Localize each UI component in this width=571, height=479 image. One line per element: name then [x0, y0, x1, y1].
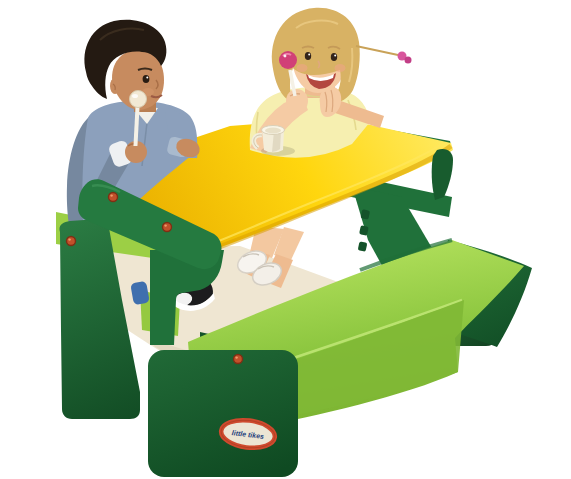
- girl-eye-right: [331, 53, 337, 61]
- boy-lollipop: [130, 91, 147, 108]
- rivet: [163, 223, 172, 232]
- girl-eye-left: [305, 52, 311, 60]
- girl-hair-strand: [356, 46, 398, 55]
- rivet: [234, 355, 243, 364]
- leg-foot-block: [148, 350, 298, 477]
- girl-lollipop: [279, 51, 297, 69]
- girl-hair-clip: [398, 52, 412, 64]
- rivet: [67, 237, 76, 246]
- boy-eye: [143, 75, 150, 83]
- rivet: [109, 193, 118, 202]
- tabletop-corner-cap: [432, 149, 453, 200]
- girl-fist: [286, 89, 308, 113]
- picnic-table-scene: little tikes: [0, 0, 571, 479]
- product-photo: little tikes: [0, 0, 571, 479]
